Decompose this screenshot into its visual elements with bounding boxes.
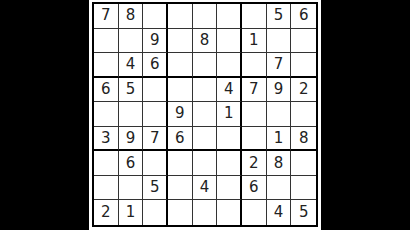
cell-r8c3[interactable]: 5 xyxy=(143,176,168,201)
cell-r8c9[interactable] xyxy=(291,176,316,201)
cell-r8c5[interactable]: 4 xyxy=(193,176,218,201)
cell-r4c2[interactable]: 5 xyxy=(119,78,144,103)
cell-r9c9[interactable]: 5 xyxy=(291,200,316,225)
cell-r1c7[interactable] xyxy=(242,4,267,29)
cell-r9c5[interactable] xyxy=(193,200,218,225)
cell-r2c5[interactable]: 8 xyxy=(193,29,218,54)
cell-r9c4[interactable] xyxy=(168,200,193,225)
cell-r4c3[interactable] xyxy=(143,78,168,103)
cell-r3c7[interactable] xyxy=(242,53,267,78)
cell-r3c2[interactable]: 4 xyxy=(119,53,144,78)
cell-r2c8[interactable] xyxy=(267,29,292,54)
cell-r5c4[interactable]: 9 xyxy=(168,102,193,127)
cell-r3c4[interactable] xyxy=(168,53,193,78)
cell-r2c7[interactable]: 1 xyxy=(242,29,267,54)
cell-r6c1[interactable]: 3 xyxy=(94,127,119,152)
letterbox-right xyxy=(321,0,410,230)
cell-r2c9[interactable] xyxy=(291,29,316,54)
cell-r3c8[interactable]: 7 xyxy=(267,53,292,78)
cell-r1c1[interactable]: 7 xyxy=(94,4,119,29)
letterbox-left xyxy=(0,0,89,230)
cell-r7c6[interactable] xyxy=(217,151,242,176)
video-frame: 7856981467654792913976186285462145 xyxy=(0,0,410,230)
cell-r9c6[interactable] xyxy=(217,200,242,225)
cell-r3c3[interactable]: 6 xyxy=(143,53,168,78)
puzzle-image-area: 7856981467654792913976186285462145 xyxy=(89,0,321,230)
cell-r5c7[interactable] xyxy=(242,102,267,127)
cell-r6c5[interactable] xyxy=(193,127,218,152)
cell-r4c8[interactable]: 9 xyxy=(267,78,292,103)
cell-r3c6[interactable] xyxy=(217,53,242,78)
cell-r2c6[interactable] xyxy=(217,29,242,54)
cell-r3c5[interactable] xyxy=(193,53,218,78)
cell-r8c2[interactable] xyxy=(119,176,144,201)
cell-r8c8[interactable] xyxy=(267,176,292,201)
cell-r2c2[interactable] xyxy=(119,29,144,54)
cell-r5c2[interactable] xyxy=(119,102,144,127)
cell-r4c6[interactable]: 4 xyxy=(217,78,242,103)
cell-r5c3[interactable] xyxy=(143,102,168,127)
cell-r3c9[interactable] xyxy=(291,53,316,78)
cell-r8c6[interactable] xyxy=(217,176,242,201)
cell-r3c1[interactable] xyxy=(94,53,119,78)
cell-r6c3[interactable]: 7 xyxy=(143,127,168,152)
cell-r1c2[interactable]: 8 xyxy=(119,4,144,29)
cell-r7c4[interactable] xyxy=(168,151,193,176)
cell-r1c4[interactable] xyxy=(168,4,193,29)
cell-r1c5[interactable] xyxy=(193,4,218,29)
cell-r6c7[interactable] xyxy=(242,127,267,152)
cell-r5c5[interactable] xyxy=(193,102,218,127)
cell-r9c8[interactable]: 4 xyxy=(267,200,292,225)
cell-r9c3[interactable] xyxy=(143,200,168,225)
cell-r9c7[interactable] xyxy=(242,200,267,225)
cell-r5c8[interactable] xyxy=(267,102,292,127)
cell-r1c8[interactable]: 5 xyxy=(267,4,292,29)
cell-r5c6[interactable]: 1 xyxy=(217,102,242,127)
cell-r4c9[interactable]: 2 xyxy=(291,78,316,103)
cell-r7c2[interactable]: 6 xyxy=(119,151,144,176)
cell-r8c7[interactable]: 6 xyxy=(242,176,267,201)
cell-r9c1[interactable]: 2 xyxy=(94,200,119,225)
cell-r7c8[interactable]: 8 xyxy=(267,151,292,176)
cell-r6c2[interactable]: 9 xyxy=(119,127,144,152)
cell-r2c4[interactable] xyxy=(168,29,193,54)
sudoku-board: 7856981467654792913976186285462145 xyxy=(92,2,318,227)
cell-r5c9[interactable] xyxy=(291,102,316,127)
cell-r7c1[interactable] xyxy=(94,151,119,176)
cell-r1c9[interactable]: 6 xyxy=(291,4,316,29)
cell-r6c8[interactable]: 1 xyxy=(267,127,292,152)
cell-r4c1[interactable]: 6 xyxy=(94,78,119,103)
cell-r4c5[interactable] xyxy=(193,78,218,103)
cell-r1c3[interactable] xyxy=(143,4,168,29)
cell-r5c1[interactable] xyxy=(94,102,119,127)
cell-r7c5[interactable] xyxy=(193,151,218,176)
cell-r7c7[interactable]: 2 xyxy=(242,151,267,176)
cell-r2c3[interactable]: 9 xyxy=(143,29,168,54)
cell-r9c2[interactable]: 1 xyxy=(119,200,144,225)
cell-r2c1[interactable] xyxy=(94,29,119,54)
cell-r7c9[interactable] xyxy=(291,151,316,176)
cell-r4c4[interactable] xyxy=(168,78,193,103)
cell-r6c9[interactable]: 8 xyxy=(291,127,316,152)
cell-r6c6[interactable] xyxy=(217,127,242,152)
cell-r8c4[interactable] xyxy=(168,176,193,201)
cell-r7c3[interactable] xyxy=(143,151,168,176)
cell-r4c7[interactable]: 7 xyxy=(242,78,267,103)
cell-r8c1[interactable] xyxy=(94,176,119,201)
cell-r6c4[interactable]: 6 xyxy=(168,127,193,152)
cell-r1c6[interactable] xyxy=(217,4,242,29)
